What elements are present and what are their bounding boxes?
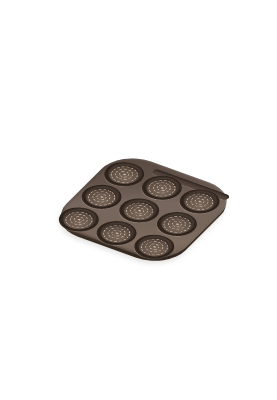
cavity-floor <box>95 220 138 246</box>
cavity-floor <box>103 161 146 187</box>
cavity-floor <box>58 207 101 233</box>
cavity-floor <box>156 211 199 237</box>
cavity-floor <box>133 234 176 260</box>
baking-pan <box>48 150 240 265</box>
cavity-floor <box>118 198 161 224</box>
cavity-grid <box>48 150 240 265</box>
cavity-floor <box>178 189 221 215</box>
product-photo-canvas <box>0 0 277 400</box>
cavity-floor <box>141 175 184 201</box>
cavity-floor <box>80 184 123 210</box>
